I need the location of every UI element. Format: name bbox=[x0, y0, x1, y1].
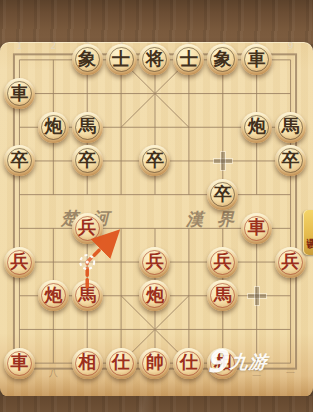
piece-black-soldier[interactable]: 卒 bbox=[139, 145, 170, 176]
piece-glyph: 炮 bbox=[44, 286, 62, 304]
piece-glyph: 象 bbox=[78, 50, 96, 68]
piece-red-horse[interactable]: 馬 bbox=[72, 280, 103, 311]
wood-background-top bbox=[0, 0, 313, 44]
piece-glyph: 卒 bbox=[146, 151, 164, 169]
piece-black-soldier[interactable]: 卒 bbox=[207, 179, 238, 210]
piece-black-soldier[interactable]: 卒 bbox=[4, 145, 35, 176]
piece-glyph: 将 bbox=[146, 50, 164, 68]
piece-glyph: 馬 bbox=[214, 286, 232, 304]
piece-red-advisor[interactable]: 仕 bbox=[106, 348, 137, 379]
piece-glyph: 馬 bbox=[78, 117, 96, 135]
piece-red-chariot[interactable]: 車 bbox=[241, 213, 272, 244]
piece-glyph: 帥 bbox=[146, 353, 164, 371]
piece-red-soldier[interactable]: 兵 bbox=[4, 247, 35, 278]
piece-glyph: 車 bbox=[10, 84, 28, 102]
last-move-marker bbox=[248, 287, 266, 305]
piece-red-soldier[interactable]: 兵 bbox=[275, 247, 306, 278]
piece-glyph: 卒 bbox=[214, 185, 232, 203]
piece-red-soldier[interactable]: 兵 bbox=[207, 247, 238, 278]
piece-glyph: 車 bbox=[248, 218, 266, 236]
piece-glyph: 卒 bbox=[78, 151, 96, 169]
piece-glyph: 仕 bbox=[112, 353, 130, 371]
debug-tab-label: 调试 bbox=[304, 231, 313, 235]
piece-black-horse[interactable]: 馬 bbox=[275, 112, 306, 143]
piece-red-soldier[interactable]: 兵 bbox=[139, 247, 170, 278]
piece-glyph: 炮 bbox=[146, 286, 164, 304]
piece-red-cannon[interactable]: 炮 bbox=[38, 280, 69, 311]
piece-glyph: 士 bbox=[112, 50, 130, 68]
piece-black-cannon[interactable]: 炮 bbox=[241, 112, 272, 143]
xiangqi-app-screen: 123456789九八七六五四三二一 楚河 漢界 象士将士象車車炮馬炮馬卒卒卒卒… bbox=[0, 0, 313, 412]
piece-red-elephant[interactable]: 相 bbox=[72, 348, 103, 379]
piece-black-cannon[interactable]: 炮 bbox=[38, 112, 69, 143]
piece-glyph: 相 bbox=[214, 353, 232, 371]
piece-red-soldier[interactable]: 兵 bbox=[72, 213, 103, 244]
piece-black-chariot[interactable]: 車 bbox=[241, 44, 272, 75]
piece-glyph: 兵 bbox=[10, 252, 28, 270]
piece-black-advisor[interactable]: 士 bbox=[106, 44, 137, 75]
last-move-marker bbox=[214, 152, 232, 170]
piece-glyph: 兵 bbox=[146, 252, 164, 270]
board-grid: 象士将士象車車炮馬炮馬卒卒卒卒卒兵車兵兵兵兵炮馬炮馬車相仕帥仕相 bbox=[3, 43, 308, 380]
piece-glyph: 車 bbox=[248, 50, 266, 68]
piece-black-general[interactable]: 将 bbox=[139, 44, 170, 75]
debug-tab-button[interactable]: 调试 bbox=[303, 210, 313, 255]
piece-red-general[interactable]: 帥 bbox=[139, 348, 170, 379]
piece-black-advisor[interactable]: 士 bbox=[173, 44, 204, 75]
piece-black-elephant[interactable]: 象 bbox=[72, 44, 103, 75]
piece-glyph: 馬 bbox=[78, 286, 96, 304]
piece-black-horse[interactable]: 馬 bbox=[72, 112, 103, 143]
piece-black-soldier[interactable]: 卒 bbox=[72, 145, 103, 176]
piece-glyph: 車 bbox=[10, 353, 28, 371]
piece-glyph: 炮 bbox=[44, 117, 62, 135]
piece-black-elephant[interactable]: 象 bbox=[207, 44, 238, 75]
piece-red-horse[interactable]: 馬 bbox=[207, 280, 238, 311]
piece-glyph: 兵 bbox=[282, 252, 300, 270]
piece-glyph: 兵 bbox=[78, 218, 96, 236]
piece-glyph: 相 bbox=[78, 353, 96, 371]
piece-glyph: 炮 bbox=[248, 117, 266, 135]
piece-red-chariot[interactable]: 車 bbox=[4, 348, 35, 379]
piece-black-soldier[interactable]: 卒 bbox=[275, 145, 306, 176]
piece-glyph: 馬 bbox=[282, 117, 300, 135]
piece-black-chariot[interactable]: 車 bbox=[4, 78, 35, 109]
piece-glyph: 仕 bbox=[180, 353, 198, 371]
piece-glyph: 兵 bbox=[214, 252, 232, 270]
wood-background-bottom bbox=[0, 396, 313, 412]
piece-glyph: 卒 bbox=[282, 151, 300, 169]
piece-glyph: 象 bbox=[214, 50, 232, 68]
piece-red-elephant[interactable]: 相 bbox=[207, 348, 238, 379]
piece-glyph: 士 bbox=[180, 50, 198, 68]
piece-glyph: 卒 bbox=[10, 151, 28, 169]
piece-red-advisor[interactable]: 仕 bbox=[173, 348, 204, 379]
piece-red-cannon[interactable]: 炮 bbox=[139, 280, 170, 311]
